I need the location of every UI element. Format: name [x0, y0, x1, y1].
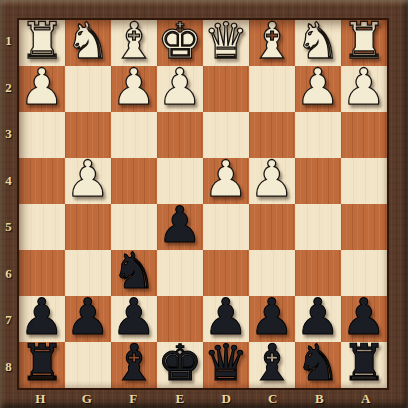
square-a2[interactable]: ♟ — [341, 66, 387, 112]
square-e8[interactable]: ♚ — [157, 342, 203, 388]
square-b5[interactable] — [295, 204, 341, 250]
square-c8[interactable]: ♝ — [249, 342, 295, 388]
square-g5[interactable] — [65, 204, 111, 250]
rank-label-1: 1 — [0, 18, 17, 65]
square-e3[interactable] — [157, 112, 203, 158]
white-pawn[interactable]: ♟ — [20, 64, 65, 110]
square-h5[interactable] — [19, 204, 65, 250]
white-pawn[interactable]: ♟ — [112, 64, 157, 110]
square-a4[interactable] — [341, 158, 387, 204]
square-g8[interactable] — [65, 342, 111, 388]
square-h4[interactable] — [19, 158, 65, 204]
file-label-c: C — [250, 389, 297, 408]
black-rook[interactable]: ♜ — [342, 340, 387, 386]
square-g2[interactable] — [65, 66, 111, 112]
white-knight[interactable]: ♞ — [66, 18, 111, 64]
white-pawn[interactable]: ♟ — [296, 64, 341, 110]
file-label-f: F — [110, 389, 157, 408]
square-f4[interactable] — [111, 158, 157, 204]
square-d4[interactable]: ♟ — [203, 158, 249, 204]
square-c4[interactable]: ♟ — [249, 158, 295, 204]
square-g1[interactable]: ♞ — [65, 20, 111, 66]
square-h2[interactable]: ♟ — [19, 66, 65, 112]
white-pawn[interactable]: ♟ — [204, 156, 249, 202]
square-g7[interactable]: ♟ — [65, 296, 111, 342]
square-b4[interactable] — [295, 158, 341, 204]
black-knight[interactable]: ♞ — [296, 340, 341, 386]
square-d5[interactable] — [203, 204, 249, 250]
rank-label-3: 3 — [0, 111, 17, 158]
white-queen[interactable]: ♛ — [204, 18, 249, 64]
square-d1[interactable]: ♛ — [203, 20, 249, 66]
file-label-d: D — [203, 389, 250, 408]
black-rook[interactable]: ♜ — [20, 340, 65, 386]
black-queen[interactable]: ♛ — [204, 340, 249, 386]
black-pawn[interactable]: ♟ — [66, 294, 111, 340]
black-bishop[interactable]: ♝ — [250, 340, 295, 386]
white-bishop[interactable]: ♝ — [250, 18, 295, 64]
file-labels: HGFEDCBA — [17, 389, 389, 408]
square-c1[interactable]: ♝ — [249, 20, 295, 66]
rank-label-8: 8 — [0, 344, 17, 391]
square-h8[interactable]: ♜ — [19, 342, 65, 388]
square-e6[interactable] — [157, 250, 203, 296]
square-g4[interactable]: ♟ — [65, 158, 111, 204]
file-label-b: B — [296, 389, 343, 408]
square-e5[interactable]: ♟ — [157, 204, 203, 250]
square-d8[interactable]: ♛ — [203, 342, 249, 388]
square-a5[interactable] — [341, 204, 387, 250]
square-e2[interactable]: ♟ — [157, 66, 203, 112]
chess-board: ♜♞♝♚♛♝♞♜♟♟♟♟♟♟♟♟♟♞♟♟♟♟♟♟♟♜♝♚♛♝♞♜ — [17, 18, 389, 390]
black-bishop[interactable]: ♝ — [112, 340, 157, 386]
white-pawn[interactable]: ♟ — [66, 156, 111, 202]
black-pawn[interactable]: ♟ — [158, 202, 203, 248]
square-f8[interactable]: ♝ — [111, 342, 157, 388]
white-pawn[interactable]: ♟ — [158, 64, 203, 110]
square-h3[interactable] — [19, 112, 65, 158]
square-b8[interactable]: ♞ — [295, 342, 341, 388]
square-a3[interactable] — [341, 112, 387, 158]
square-b3[interactable] — [295, 112, 341, 158]
white-pawn[interactable]: ♟ — [250, 156, 295, 202]
rank-label-5: 5 — [0, 204, 17, 251]
rank-label-6: 6 — [0, 251, 17, 298]
square-d2[interactable] — [203, 66, 249, 112]
file-label-g: G — [64, 389, 111, 408]
square-c2[interactable] — [249, 66, 295, 112]
square-f2[interactable]: ♟ — [111, 66, 157, 112]
square-a8[interactable]: ♜ — [341, 342, 387, 388]
file-label-h: H — [17, 389, 64, 408]
square-b2[interactable]: ♟ — [295, 66, 341, 112]
square-f3[interactable] — [111, 112, 157, 158]
rank-label-7: 7 — [0, 297, 17, 344]
rank-label-2: 2 — [0, 65, 17, 112]
rank-label-4: 4 — [0, 158, 17, 205]
square-c5[interactable] — [249, 204, 295, 250]
board-frame: 12345678 ♜♞♝♚♛♝♞♜♟♟♟♟♟♟♟♟♟♞♟♟♟♟♟♟♟♜♝♚♛♝♞… — [0, 0, 408, 408]
file-label-e: E — [157, 389, 204, 408]
rank-labels: 12345678 — [0, 18, 17, 390]
white-pawn[interactable]: ♟ — [342, 64, 387, 110]
black-king[interactable]: ♚ — [158, 340, 203, 386]
file-label-a: A — [343, 389, 390, 408]
